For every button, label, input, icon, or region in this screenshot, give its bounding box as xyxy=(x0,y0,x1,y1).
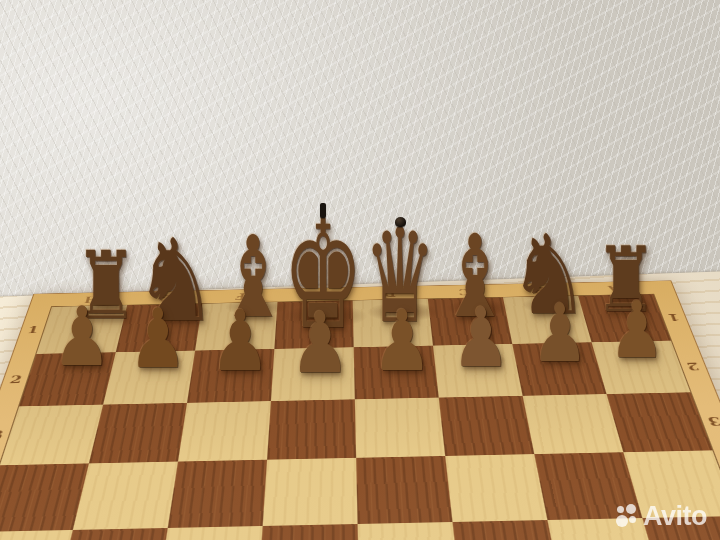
square-c3 xyxy=(439,396,535,456)
square-d5 xyxy=(358,522,461,540)
file-letter-far-2: G xyxy=(159,294,173,303)
file-letter-far-4: E xyxy=(310,291,321,299)
avito-brand-text: Avito xyxy=(643,503,707,530)
square-f5 xyxy=(156,526,263,540)
square-f1 xyxy=(195,302,277,350)
file-letter-far-3: F xyxy=(235,292,246,300)
rank-label-right-1: 1 xyxy=(666,312,681,322)
avito-dots-icon xyxy=(612,503,640,529)
square-f2 xyxy=(187,349,274,403)
square-c2 xyxy=(433,344,523,398)
square-c5 xyxy=(453,520,563,540)
square-g3 xyxy=(89,403,187,464)
square-e4 xyxy=(263,458,358,526)
rank-label-right-3: 3 xyxy=(706,414,720,426)
square-e3 xyxy=(267,399,356,459)
chess-board-wrap: 1122334455667788HGFEDCBA xyxy=(33,280,682,540)
square-e1 xyxy=(274,301,353,349)
file-letter-far-8: A xyxy=(607,284,621,292)
square-d2 xyxy=(354,346,439,400)
file-letter-far-7: B xyxy=(532,286,546,294)
square-f3 xyxy=(178,401,271,461)
square-g4 xyxy=(73,462,178,530)
rank-label-left-1: 1 xyxy=(26,325,40,335)
file-letter-far-1: H xyxy=(83,295,99,304)
square-e2 xyxy=(271,347,355,401)
square-a3 xyxy=(607,392,713,452)
avito-watermark: Avito xyxy=(612,499,707,533)
square-h1 xyxy=(36,305,127,354)
square-h3 xyxy=(0,405,103,466)
square-b2 xyxy=(512,342,606,396)
square-d3 xyxy=(355,398,445,458)
rank-label-left-3: 3 xyxy=(0,429,5,441)
square-h2 xyxy=(19,352,116,406)
square-c1 xyxy=(428,297,512,345)
square-h5 xyxy=(0,530,73,540)
square-e5 xyxy=(258,524,360,540)
file-letter-far-6: C xyxy=(458,288,471,296)
photo-scene: 1122334455667788HGFEDCBA ♜♞♝♚♛♝♞♜♟♟♟♟♟♟♟… xyxy=(0,0,720,540)
square-b1 xyxy=(503,296,592,344)
square-f4 xyxy=(168,460,267,528)
square-d4 xyxy=(356,456,452,524)
file-letter-far-5: D xyxy=(383,289,396,297)
square-d1 xyxy=(353,299,433,347)
square-a1 xyxy=(578,294,671,342)
rank-label-left-2: 2 xyxy=(8,374,23,385)
square-c4 xyxy=(445,454,547,522)
rank-label-right-2: 2 xyxy=(685,360,701,371)
square-a2 xyxy=(592,341,691,394)
square-g2 xyxy=(103,351,195,405)
square-g1 xyxy=(116,304,203,352)
